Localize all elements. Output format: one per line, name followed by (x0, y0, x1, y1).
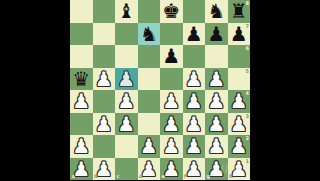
square-a8[interactable] (70, 0, 93, 23)
square-g3[interactable]: ♟ (205, 113, 228, 136)
square-b8[interactable] (93, 0, 116, 23)
square-f7[interactable]: ♟ (183, 23, 206, 46)
square-c7[interactable] (115, 23, 138, 46)
square-g5[interactable]: ♟ (205, 68, 228, 91)
white-pawn: ♟ (230, 91, 248, 111)
white-pawn: ♟ (117, 68, 135, 88)
square-d3[interactable] (138, 113, 161, 136)
white-pawn: ♟ (117, 91, 135, 111)
black-queen: ♛ (72, 68, 90, 88)
coord-file-c: c (117, 174, 120, 179)
white-pawn: ♟ (72, 136, 90, 156)
square-f2[interactable]: ♟ (183, 135, 206, 158)
square-d5[interactable] (138, 68, 161, 91)
square-e4[interactable]: ♟ (160, 90, 183, 113)
white-pawn: ♟ (207, 91, 225, 111)
square-f8[interactable] (183, 0, 206, 23)
letterbox-left (0, 0, 70, 180)
black-bishop: ♝ (117, 1, 135, 21)
square-f4[interactable]: ♟ (183, 90, 206, 113)
coord-rank-3: 3 (246, 114, 249, 119)
square-e2[interactable]: ♟ (160, 135, 183, 158)
square-g7[interactable]: ♟ (205, 23, 228, 46)
black-rook: ♜ (230, 1, 248, 21)
coord-file-f: f (184, 174, 186, 179)
coord-file-g: g (207, 174, 211, 179)
black-knight: ♞ (140, 23, 158, 43)
white-pawn: ♟ (207, 136, 225, 156)
square-c3[interactable]: ♟ (115, 113, 138, 136)
square-b2[interactable] (93, 135, 116, 158)
coord-file-d: d (139, 174, 143, 179)
square-f6[interactable] (183, 45, 206, 68)
video-frame: ♝♚♞♜8♞♟♟♟7♟6♛♟♟♟♟5♟♟♟♟♟♟4♟♟♟♟♟♟3♟♟♟♟♟♟2♟… (0, 0, 320, 180)
square-c2[interactable] (115, 135, 138, 158)
white-pawn: ♟ (185, 136, 203, 156)
square-f3[interactable]: ♟ (183, 113, 206, 136)
white-pawn: ♟ (95, 158, 113, 178)
white-pawn: ♟ (185, 113, 203, 133)
letterbox-right (250, 0, 320, 180)
white-pawn: ♟ (185, 68, 203, 88)
square-g4[interactable]: ♟ (205, 90, 228, 113)
square-b7[interactable] (93, 23, 116, 46)
black-pawn: ♟ (207, 23, 225, 43)
coord-rank-5: 5 (246, 69, 249, 74)
square-d8[interactable] (138, 0, 161, 23)
square-d6[interactable] (138, 45, 161, 68)
white-pawn: ♟ (162, 91, 180, 111)
square-a2[interactable]: ♟ (70, 135, 93, 158)
white-pawn: ♟ (72, 91, 90, 111)
square-h6[interactable]: 6 (228, 45, 251, 68)
black-pawn: ♟ (185, 23, 203, 43)
square-h4[interactable]: ♟4 (228, 90, 251, 113)
square-b4[interactable] (93, 90, 116, 113)
square-h7[interactable]: ♟7 (228, 23, 251, 46)
coord-rank-7: 7 (246, 24, 249, 29)
square-e6[interactable]: ♟ (160, 45, 183, 68)
chess-board: ♝♚♞♜8♞♟♟♟7♟6♛♟♟♟♟5♟♟♟♟♟♟4♟♟♟♟♟♟3♟♟♟♟♟♟2♟… (70, 0, 250, 180)
white-pawn: ♟ (230, 136, 248, 156)
white-pawn: ♟ (162, 158, 180, 178)
square-e7[interactable] (160, 23, 183, 46)
square-d2[interactable]: ♟ (138, 135, 161, 158)
black-pawn: ♟ (162, 46, 180, 66)
square-h3[interactable]: ♟3 (228, 113, 251, 136)
black-pawn: ♟ (230, 23, 248, 43)
square-c1[interactable]: c (115, 158, 138, 181)
square-e3[interactable]: ♟ (160, 113, 183, 136)
black-king: ♚ (162, 1, 180, 21)
square-a3[interactable] (70, 113, 93, 136)
white-pawn: ♟ (207, 113, 225, 133)
white-pawn: ♟ (140, 158, 158, 178)
coord-file-b: b (94, 174, 98, 179)
square-e5[interactable] (160, 68, 183, 91)
square-d4[interactable] (138, 90, 161, 113)
square-f5[interactable]: ♟ (183, 68, 206, 91)
square-a5[interactable]: ♛ (70, 68, 93, 91)
coord-file-a: a (72, 174, 75, 179)
square-e8[interactable]: ♚ (160, 0, 183, 23)
white-pawn: ♟ (140, 136, 158, 156)
white-pawn: ♟ (162, 136, 180, 156)
coord-rank-1: 1 (246, 159, 249, 164)
white-pawn: ♟ (72, 158, 90, 178)
square-c6[interactable] (115, 45, 138, 68)
square-c4[interactable]: ♟ (115, 90, 138, 113)
square-b3[interactable]: ♟ (93, 113, 116, 136)
white-pawn: ♟ (207, 68, 225, 88)
white-pawn: ♟ (230, 113, 248, 133)
square-g2[interactable]: ♟ (205, 135, 228, 158)
white-pawn: ♟ (162, 113, 180, 133)
coord-rank-2: 2 (246, 136, 249, 141)
square-f1[interactable]: ♟f (183, 158, 206, 181)
white-pawn: ♟ (95, 68, 113, 88)
square-g8[interactable]: ♞ (205, 0, 228, 23)
square-e1[interactable]: ♟e (160, 158, 183, 181)
white-pawn: ♟ (185, 91, 203, 111)
black-knight: ♞ (207, 1, 225, 21)
square-h8[interactable]: ♜8 (228, 0, 251, 23)
square-h5[interactable]: 5 (228, 68, 251, 91)
coord-file-h: h (229, 174, 233, 179)
coord-file-e: e (162, 174, 165, 179)
coord-rank-4: 4 (246, 91, 249, 96)
white-pawn: ♟ (95, 113, 113, 133)
square-d1[interactable]: ♟d (138, 158, 161, 181)
square-d7[interactable]: ♞ (138, 23, 161, 46)
coord-rank-6: 6 (246, 46, 249, 51)
white-pawn: ♟ (117, 113, 135, 133)
square-h2[interactable]: ♟2 (228, 135, 251, 158)
square-b1[interactable]: ♟b (93, 158, 116, 181)
square-a4[interactable]: ♟ (70, 90, 93, 113)
square-a6[interactable] (70, 45, 93, 68)
square-a7[interactable] (70, 23, 93, 46)
square-a1[interactable]: ♟a (70, 158, 93, 181)
square-b6[interactable] (93, 45, 116, 68)
square-c8[interactable]: ♝ (115, 0, 138, 23)
square-g6[interactable] (205, 45, 228, 68)
square-c5[interactable]: ♟ (115, 68, 138, 91)
square-b5[interactable]: ♟ (93, 68, 116, 91)
white-pawn: ♟ (185, 158, 203, 178)
coord-rank-8: 8 (246, 1, 249, 6)
